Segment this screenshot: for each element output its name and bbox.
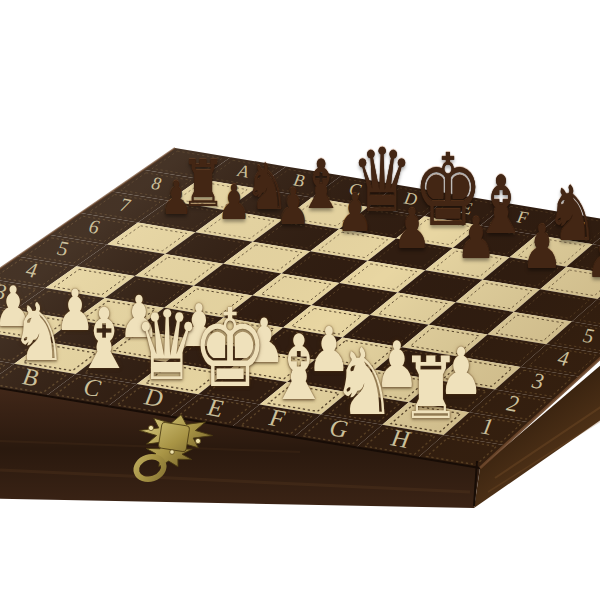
clasp-screw: [195, 438, 200, 443]
chess-set-photo: AABBCCDDEEFFGGHH8877665544332211 ♜♞♝♛♟♟♟…: [0, 0, 600, 600]
black-pawn-c7[interactable]: ♟: [276, 182, 311, 232]
white-queen-d1[interactable]: ♛: [133, 298, 200, 394]
white-rook-h1[interactable]: ♜: [401, 345, 461, 431]
white-knight-b1[interactable]: ♞: [11, 293, 67, 373]
clasp-screw: [148, 425, 153, 430]
white-knight-g1[interactable]: ♞: [332, 337, 396, 429]
white-bishop-c1[interactable]: ♝: [75, 297, 134, 381]
black-pawn-h7[interactable]: ♟: [585, 225, 600, 287]
white-bishop-f1[interactable]: ♝: [268, 323, 331, 413]
black-pawn-g7[interactable]: ♟: [521, 217, 563, 277]
clasp-screw: [170, 450, 175, 455]
white-king-e1[interactable]: ♚: [192, 295, 268, 403]
black-pawn-e7[interactable]: ♟: [393, 202, 431, 257]
clasp-hasp: [158, 422, 190, 452]
black-pawn-a7[interactable]: ♟: [160, 175, 192, 221]
white-rook-a1[interactable]: ♜: [0, 283, 2, 361]
black-pawn-d7[interactable]: ♟: [337, 187, 373, 239]
black-pawn-b7[interactable]: ♟: [217, 178, 251, 226]
black-pawn-f7[interactable]: ♟: [456, 210, 496, 267]
